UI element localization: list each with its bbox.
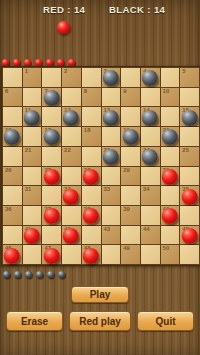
square-number: 31 (25, 186, 32, 193)
light-square (82, 68, 101, 87)
square-31[interactable]: 31 (23, 186, 42, 205)
square-43[interactable]: 43 (102, 226, 121, 245)
light-square (180, 206, 199, 225)
square-number: 26 (5, 167, 12, 174)
light-square (102, 245, 121, 264)
square-2[interactable]: 2 (62, 68, 81, 87)
light-square (42, 68, 61, 87)
light-square (82, 147, 101, 166)
square-7[interactable]: 7 (42, 88, 61, 107)
captured-red-dot (35, 59, 42, 66)
red-piece[interactable] (43, 248, 59, 264)
square-30[interactable]: 30 (161, 167, 180, 186)
captured-red-dot (68, 59, 75, 66)
light-square (62, 245, 81, 264)
black-piece[interactable] (181, 110, 197, 126)
light-square (102, 88, 121, 107)
red-piece[interactable] (63, 228, 79, 244)
square-39[interactable]: 39 (121, 206, 140, 225)
square-9[interactable]: 9 (121, 88, 140, 107)
black-piece[interactable] (43, 129, 59, 145)
square-number: 9 (123, 88, 126, 95)
light-square (161, 107, 180, 126)
light-square (102, 206, 121, 225)
square-16[interactable]: 16 (3, 127, 22, 146)
square-10[interactable]: 10 (161, 88, 180, 107)
black-piece[interactable] (4, 129, 20, 145)
square-number: 6 (5, 88, 8, 95)
light-square (62, 127, 81, 146)
light-square (42, 226, 61, 245)
square-19[interactable]: 19 (121, 127, 140, 146)
red-piece[interactable] (162, 169, 178, 185)
captured-red-dot (13, 59, 20, 66)
red-piece[interactable] (83, 208, 99, 224)
red-piece[interactable] (43, 169, 59, 185)
captured-black-dot (14, 271, 21, 278)
light-square (161, 68, 180, 87)
red-piece[interactable] (162, 208, 178, 224)
square-6[interactable]: 6 (3, 88, 22, 107)
square-28[interactable]: 28 (82, 167, 101, 186)
light-square (141, 245, 160, 264)
square-number: 25 (182, 147, 189, 154)
square-21[interactable]: 21 (23, 147, 42, 166)
captured-black-dot (58, 271, 65, 278)
black-piece[interactable] (63, 110, 79, 126)
square-26[interactable]: 26 (3, 167, 22, 186)
light-square (121, 68, 140, 87)
light-square (82, 186, 101, 205)
light-square (121, 226, 140, 245)
square-number: 8 (84, 88, 87, 95)
red-piece[interactable] (83, 248, 99, 264)
black-piece[interactable] (103, 70, 119, 86)
square-36[interactable]: 36 (3, 206, 22, 225)
square-number: 50 (163, 245, 170, 252)
light-square (23, 245, 42, 264)
light-square (23, 127, 42, 146)
square-49[interactable]: 49 (121, 245, 140, 264)
square-8[interactable]: 8 (82, 88, 101, 107)
light-square (42, 147, 61, 166)
square-22[interactable]: 22 (62, 147, 81, 166)
square-42[interactable]: 42 (62, 226, 81, 245)
square-23[interactable]: 23 (102, 147, 121, 166)
square-46[interactable]: 46 (3, 245, 22, 264)
red-play-button[interactable]: Red play (69, 311, 131, 331)
black-piece[interactable] (142, 149, 158, 165)
captured-red-tray (2, 59, 75, 66)
light-square (161, 186, 180, 205)
light-square (82, 107, 101, 126)
square-number: 29 (123, 167, 130, 174)
red-turn-indicator-piece (57, 21, 70, 34)
captured-red-dot (2, 59, 9, 66)
light-square (42, 107, 61, 126)
black-piece[interactable] (122, 129, 138, 145)
square-25[interactable]: 25 (180, 147, 199, 166)
red-piece[interactable] (83, 169, 99, 185)
captured-black-dot (36, 271, 43, 278)
square-number: 44 (143, 226, 150, 233)
square-number: 1 (25, 68, 28, 75)
checkers-board[interactable]: 1234567891011121314151617181920212223242… (1, 66, 200, 266)
square-29[interactable]: 29 (121, 167, 140, 186)
square-number: 36 (5, 206, 12, 213)
square-number: 39 (123, 206, 130, 213)
captured-black-tray (3, 271, 65, 278)
red-piece[interactable] (4, 248, 20, 264)
square-50[interactable]: 50 (161, 245, 180, 264)
captured-black-dot (47, 271, 54, 278)
square-number: 5 (182, 68, 185, 75)
light-square (62, 88, 81, 107)
black-piece[interactable] (142, 70, 158, 86)
light-square (23, 167, 42, 186)
light-square (161, 226, 180, 245)
red-piece[interactable] (181, 228, 197, 244)
square-17[interactable]: 17 (42, 127, 61, 146)
light-square (141, 167, 160, 186)
light-square (3, 226, 22, 245)
square-41[interactable]: 41 (23, 226, 42, 245)
light-square (102, 167, 121, 186)
square-47[interactable]: 47 (42, 245, 61, 264)
quit-button[interactable]: Quit (137, 311, 194, 331)
light-square (161, 147, 180, 166)
square-32[interactable]: 32 (62, 186, 81, 205)
light-square (3, 147, 22, 166)
red-piece[interactable] (181, 188, 197, 204)
red-piece[interactable] (24, 228, 40, 244)
captured-red-dot (46, 59, 53, 66)
square-11[interactable]: 11 (23, 107, 42, 126)
light-square (121, 107, 140, 126)
square-35[interactable]: 35 (180, 186, 199, 205)
light-square (3, 107, 22, 126)
captured-red-dot (57, 59, 64, 66)
square-38[interactable]: 38 (82, 206, 101, 225)
light-square (3, 68, 22, 87)
square-1[interactable]: 1 (23, 68, 42, 87)
square-number: 22 (64, 147, 71, 154)
play-button[interactable]: Play (71, 286, 129, 303)
square-number: 21 (25, 147, 32, 154)
square-number: 2 (64, 68, 67, 75)
light-square (82, 226, 101, 245)
red-piece[interactable] (43, 208, 59, 224)
square-24[interactable]: 24 (141, 147, 160, 166)
black-piece[interactable] (162, 129, 178, 145)
captured-black-dot (25, 271, 32, 278)
light-square (180, 245, 199, 264)
square-number: 34 (143, 186, 150, 193)
square-number: 33 (104, 186, 111, 193)
red-piece[interactable] (63, 188, 79, 204)
light-square (102, 127, 121, 146)
square-37[interactable]: 37 (42, 206, 61, 225)
light-square (180, 88, 199, 107)
square-3[interactable]: 3 (102, 68, 121, 87)
square-number: 43 (104, 226, 111, 233)
square-number: 18 (84, 127, 91, 134)
black-piece[interactable] (43, 90, 59, 106)
captured-black-dot (3, 271, 10, 278)
light-square (141, 88, 160, 107)
square-12[interactable]: 12 (62, 107, 81, 126)
captured-red-dot (24, 59, 31, 66)
black-piece[interactable] (24, 110, 40, 126)
light-square (180, 167, 199, 186)
light-square (42, 186, 61, 205)
square-27[interactable]: 27 (42, 167, 61, 186)
square-18[interactable]: 18 (82, 127, 101, 146)
app-screen: RED : 14 BLACK : 14 12345678910111213141… (0, 0, 200, 355)
erase-button[interactable]: Erase (6, 311, 63, 331)
square-33[interactable]: 33 (102, 186, 121, 205)
light-square (23, 206, 42, 225)
light-square (121, 147, 140, 166)
square-number: 49 (123, 245, 130, 252)
square-40[interactable]: 40 (161, 206, 180, 225)
square-34[interactable]: 34 (141, 186, 160, 205)
light-square (180, 127, 199, 146)
black-piece[interactable] (103, 149, 119, 165)
square-5[interactable]: 5 (180, 68, 199, 87)
light-square (3, 186, 22, 205)
square-13[interactable]: 13 (102, 107, 121, 126)
light-square (141, 127, 160, 146)
square-number: 10 (163, 88, 170, 95)
light-square (141, 206, 160, 225)
square-4[interactable]: 4 (141, 68, 160, 87)
square-20[interactable]: 20 (161, 127, 180, 146)
square-15[interactable]: 15 (180, 107, 199, 126)
light-square (62, 206, 81, 225)
black-score-label: BLACK : 14 (109, 4, 165, 15)
black-piece[interactable] (103, 110, 119, 126)
light-square (62, 167, 81, 186)
square-48[interactable]: 48 (82, 245, 101, 264)
square-14[interactable]: 14 (141, 107, 160, 126)
light-square (23, 88, 42, 107)
red-score-label: RED : 14 (43, 4, 85, 15)
black-piece[interactable] (142, 110, 158, 126)
square-45[interactable]: 45 (180, 226, 199, 245)
light-square (121, 186, 140, 205)
square-44[interactable]: 44 (141, 226, 160, 245)
